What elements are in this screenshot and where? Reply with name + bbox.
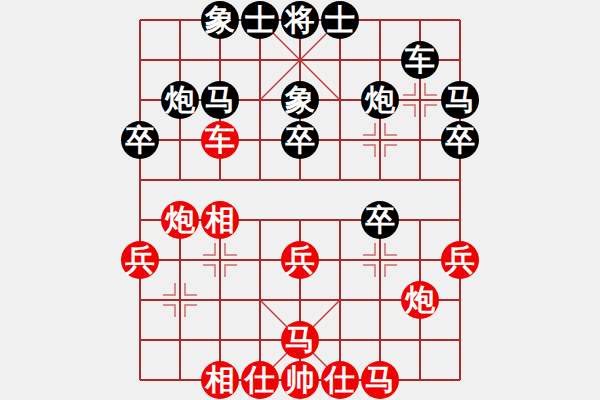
piece-red-马[interactable]: 马: [281, 321, 319, 359]
piece-black-象[interactable]: 象: [201, 1, 239, 39]
piece-red-仕[interactable]: 仕: [321, 361, 359, 399]
piece-black-卒[interactable]: 卒: [361, 201, 399, 239]
piece-red-兵[interactable]: 兵: [281, 241, 319, 279]
piece-black-象[interactable]: 象: [281, 81, 319, 119]
piece-black-炮[interactable]: 炮: [161, 81, 199, 119]
piece-black-将[interactable]: 将: [281, 1, 319, 39]
piece-black-士[interactable]: 士: [321, 1, 359, 39]
piece-black-车[interactable]: 车: [401, 41, 439, 79]
piece-red-兵[interactable]: 兵: [441, 241, 479, 279]
piece-red-仕[interactable]: 仕: [241, 361, 279, 399]
piece-red-相[interactable]: 相: [201, 201, 239, 239]
piece-black-卒[interactable]: 卒: [441, 121, 479, 159]
piece-red-帅[interactable]: 帅: [281, 361, 319, 399]
piece-red-炮[interactable]: 炮: [401, 281, 439, 319]
piece-black-马[interactable]: 马: [441, 81, 479, 119]
piece-red-马[interactable]: 马: [361, 361, 399, 399]
xiangqi-board: 象士将士车炮马象炮马卒车卒卒炮相卒兵兵兵炮马相仕帅仕马: [0, 0, 600, 400]
piece-red-车[interactable]: 车: [201, 121, 239, 159]
piece-red-炮[interactable]: 炮: [161, 201, 199, 239]
piece-black-卒[interactable]: 卒: [281, 121, 319, 159]
board-pieces-grid: 象士将士车炮马象炮马卒车卒卒炮相卒兵兵兵炮马相仕帅仕马: [120, 0, 480, 400]
piece-black-卒[interactable]: 卒: [121, 121, 159, 159]
piece-black-马[interactable]: 马: [201, 81, 239, 119]
piece-black-士[interactable]: 士: [241, 1, 279, 39]
piece-red-相[interactable]: 相: [201, 361, 239, 399]
piece-black-炮[interactable]: 炮: [361, 81, 399, 119]
piece-red-兵[interactable]: 兵: [121, 241, 159, 279]
